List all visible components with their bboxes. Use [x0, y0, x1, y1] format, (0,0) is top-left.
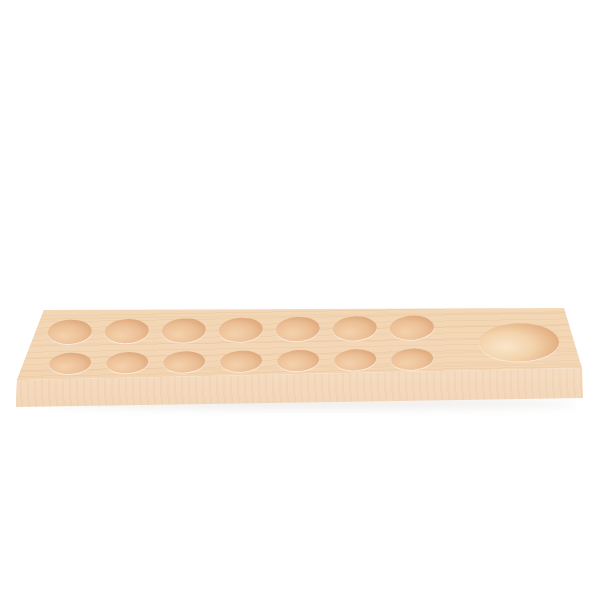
pit-grid	[41, 310, 564, 379]
pit-top-6[interactable]	[332, 315, 377, 342]
pit-top-2[interactable]	[104, 318, 149, 345]
pit-bottom-4[interactable]	[219, 349, 262, 373]
pit-bottom-6[interactable]	[333, 348, 376, 372]
mancala-board	[14, 292, 592, 414]
pit-bottom-5[interactable]	[276, 348, 319, 372]
pit-bottom-2[interactable]	[105, 351, 148, 375]
pit-top-3[interactable]	[161, 317, 206, 344]
store-pit[interactable]	[479, 322, 559, 361]
pit-top-1[interactable]	[47, 318, 92, 345]
pit-top-5[interactable]	[275, 315, 320, 342]
pit-top-4[interactable]	[218, 316, 263, 343]
pit-bottom-7[interactable]	[390, 347, 433, 371]
pit-bottom-3[interactable]	[162, 350, 205, 374]
pit-top-7[interactable]	[389, 314, 434, 341]
pit-bottom-1[interactable]	[48, 351, 91, 375]
